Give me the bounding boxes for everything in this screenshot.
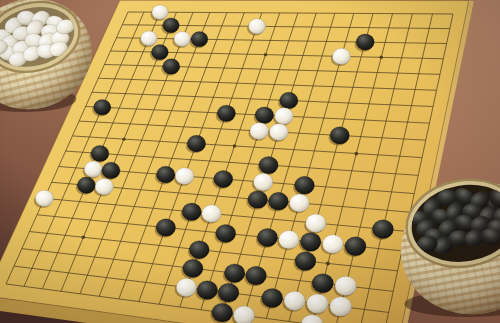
vignette xyxy=(0,0,500,323)
scene xyxy=(0,0,500,323)
go-game-photo xyxy=(0,0,500,323)
